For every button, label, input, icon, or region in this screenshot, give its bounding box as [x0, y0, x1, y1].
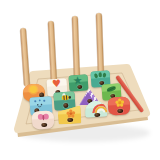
glyph-icon: ♥: [52, 79, 62, 90]
lacing-hole: [67, 118, 73, 123]
lacing-hole: [41, 123, 47, 128]
sprouts-icon: [92, 71, 107, 79]
block-red-flower-block[interactable]: [108, 96, 131, 115]
dotted-face-icon: [33, 98, 49, 108]
sun-icon: [29, 86, 36, 93]
toy-product-photo: ♥★: [0, 0, 160, 160]
lacing-hole: [94, 112, 100, 117]
block-star-block[interactable]: ★: [68, 74, 88, 91]
block-bee-block[interactable]: [53, 91, 75, 110]
lacing-hole: [77, 85, 82, 89]
lacing-hole: [63, 103, 68, 108]
flower-icon: [114, 98, 125, 109]
block-butterfly-block[interactable]: [32, 110, 55, 129]
lacing-hole: [117, 109, 123, 114]
leaf-icon: [105, 85, 119, 94]
bee-icon: [59, 93, 72, 102]
butterfly-icon: [36, 112, 49, 122]
